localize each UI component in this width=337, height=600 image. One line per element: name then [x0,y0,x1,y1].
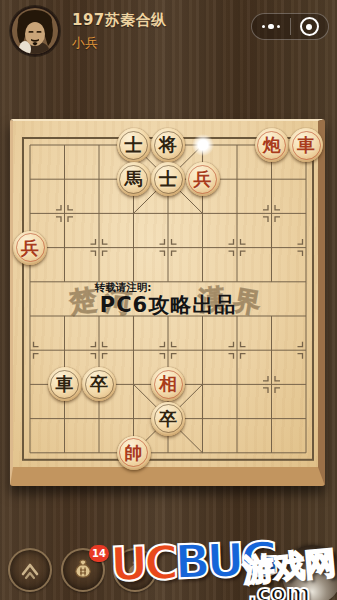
piece-ring [188,165,217,194]
miniprogram-capsule [251,13,329,40]
piece-red-elephant[interactable]: 相 [151,367,185,401]
piece-black-soldier[interactable]: 卒 [151,402,185,436]
extra-button[interactable] [113,548,157,592]
piece-black-horse[interactable]: 馬 [117,162,151,196]
piece-black-soldier[interactable]: 卒 [82,367,116,401]
piece-ring [50,370,79,399]
xiangqi-board[interactable]: 楚 河 漢 界 士将炮車馬士兵兵車卒相卒帥 [10,119,325,486]
more-button[interactable] [252,14,290,39]
piece-ring [154,131,183,160]
exit-circle-icon [300,17,319,36]
more-dots-icon [262,24,281,30]
chevron-up-icon [17,557,43,583]
exit-button[interactable] [291,14,329,39]
player-rank: 小兵 [72,34,167,52]
piece-ring [257,131,286,160]
piece-ring [119,131,148,160]
piece-ring [154,404,183,433]
piece-black-advisor[interactable]: 士 [117,128,151,162]
avatar [10,6,60,56]
tips-bag-button[interactable]: 14 [61,548,105,592]
app-screen: 197苏秦合纵 小兵 楚 河 漢 界 士将炮車馬士兵兵車卒相卒帥 转载请注明: … [0,0,337,600]
pieces-layer: 士将炮車馬士兵兵車卒相卒帥 [13,121,318,467]
bottom-right-orb [282,545,337,600]
piece-ring [16,233,45,262]
piece-red-cannon[interactable]: 炮 [255,128,289,162]
piece-ring [119,165,148,194]
piece-red-general[interactable]: 帥 [117,436,151,470]
piece-red-soldier[interactable]: 兵 [186,162,220,196]
piece-red-soldier[interactable]: 兵 [13,231,47,265]
piece-black-chariot[interactable]: 車 [48,367,82,401]
piece-red-chariot[interactable]: 車 [289,128,323,162]
piece-ring [292,131,321,160]
avatar-portrait [12,8,58,54]
header-bar: 197苏秦合纵 小兵 [0,0,337,62]
piece-black-advisor[interactable]: 士 [151,162,185,196]
collapse-button[interactable] [8,548,52,592]
piece-ring [85,370,114,399]
piece-ring [154,165,183,194]
piece-black-general[interactable]: 将 [151,128,185,162]
badge-count: 14 [89,545,109,562]
level-title: 197苏秦合纵 [72,11,167,30]
faint-bag-icon [121,556,149,584]
piece-ring [154,370,183,399]
piece-ring [119,438,148,467]
header-text: 197苏秦合纵 小兵 [72,11,167,52]
